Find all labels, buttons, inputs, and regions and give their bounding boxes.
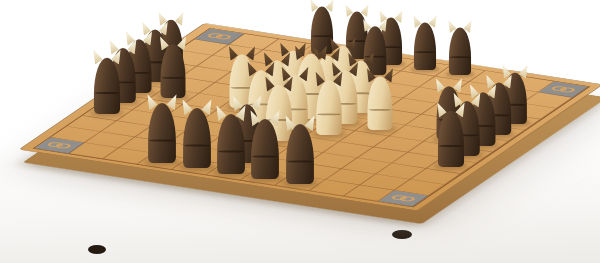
defender-piece[interactable] xyxy=(317,80,343,135)
piece-seam xyxy=(287,160,312,163)
attacker-piece[interactable] xyxy=(161,44,186,98)
attacker-piece[interactable] xyxy=(183,108,211,168)
attacker-piece[interactable] xyxy=(438,111,464,167)
piece-body xyxy=(251,119,279,179)
board-foot xyxy=(392,230,412,239)
corner-knot-icon xyxy=(384,192,423,204)
attacker-piece[interactable] xyxy=(148,103,176,163)
piece-body xyxy=(414,22,436,70)
piece-body xyxy=(217,114,245,174)
piece-seam xyxy=(162,76,184,78)
defender-piece[interactable] xyxy=(367,76,392,130)
piece-seam xyxy=(369,108,391,110)
attacker-piece[interactable] xyxy=(217,114,245,174)
piece-body xyxy=(161,44,186,98)
piece-body xyxy=(449,27,471,75)
piece-body xyxy=(311,6,333,54)
attacker-piece[interactable] xyxy=(449,27,471,75)
piece-body xyxy=(148,103,176,163)
piece-body xyxy=(94,58,120,114)
piece-body xyxy=(317,80,343,135)
attacker-piece[interactable] xyxy=(311,6,333,54)
piece-body xyxy=(286,124,314,184)
piece-seam xyxy=(312,35,332,37)
attacker-piece[interactable] xyxy=(94,58,120,114)
attacker-piece[interactable] xyxy=(251,119,279,179)
attacker-piece[interactable] xyxy=(286,124,314,184)
hnefatafl-product-photo xyxy=(0,0,600,263)
piece-seam xyxy=(253,155,278,158)
piece-body xyxy=(367,76,392,130)
piece-seam xyxy=(415,51,435,53)
piece-seam xyxy=(218,150,243,153)
attacker-piece[interactable] xyxy=(414,22,436,70)
piece-body xyxy=(183,108,211,168)
board-foot xyxy=(88,245,106,254)
piece-seam xyxy=(450,56,470,58)
piece-seam xyxy=(150,139,175,142)
piece-body xyxy=(438,111,464,167)
